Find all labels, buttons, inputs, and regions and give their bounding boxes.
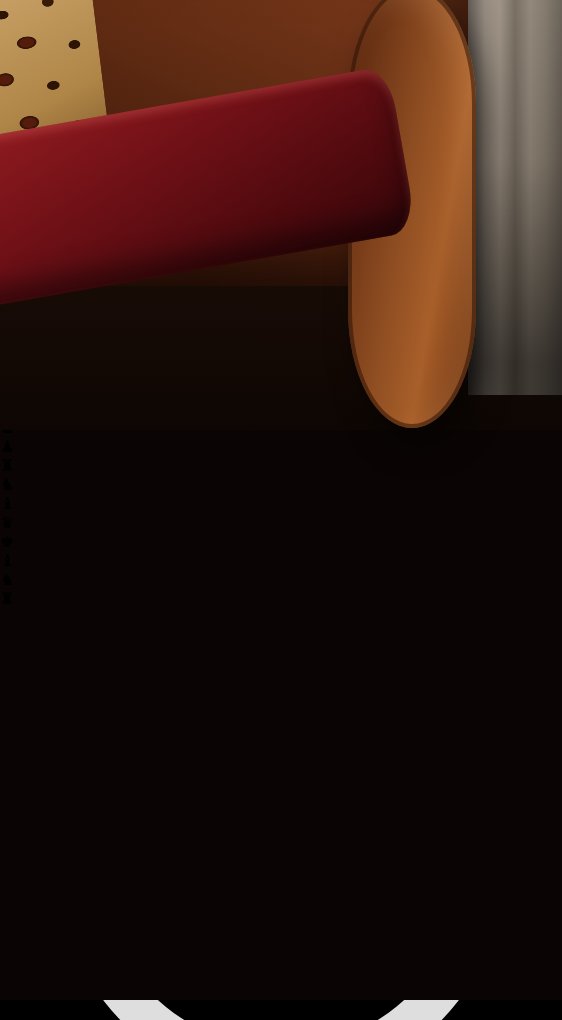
square-a8: ♜	[0, 456, 562, 475]
square-b8: ♞	[0, 475, 562, 494]
square-f8: ♝	[0, 551, 562, 570]
curtain	[468, 0, 562, 395]
piece-black-bishop: ♝	[0, 495, 14, 512]
square-g8: ♞	[0, 570, 562, 589]
square-h7: ♟	[0, 437, 562, 456]
piece-black-pawn: ♟	[0, 438, 14, 455]
square-c8: ♝	[0, 494, 562, 513]
piece-black-rook: ♜	[0, 590, 14, 607]
photo-scene: ♜♞♝♛♚♝♞♜♟♟♟♟♟♟♟♟♟♟♟♟♟♟♟♟♜♞♝♛♚♝♞♜	[0, 0, 562, 1000]
square-e8: ♚	[0, 532, 562, 551]
piece-black-king: ♚	[0, 533, 14, 550]
piece-black-rook: ♜	[0, 457, 14, 474]
square-d8: ♛	[0, 513, 562, 532]
piece-black-bishop: ♝	[0, 552, 14, 569]
square-h8: ♜	[0, 589, 562, 608]
piece-black-knight: ♞	[0, 571, 14, 588]
piece-black-queen: ♛	[0, 514, 14, 531]
meme-screenshot: ♜♞♝♛♚♝♞♜♟♟♟♟♟♟♟♟♟♟♟♟♟♟♟♟♜♞♝♛♚♝♞♜ Играю с…	[0, 0, 562, 1020]
piece-black-knight: ♞	[0, 476, 14, 493]
